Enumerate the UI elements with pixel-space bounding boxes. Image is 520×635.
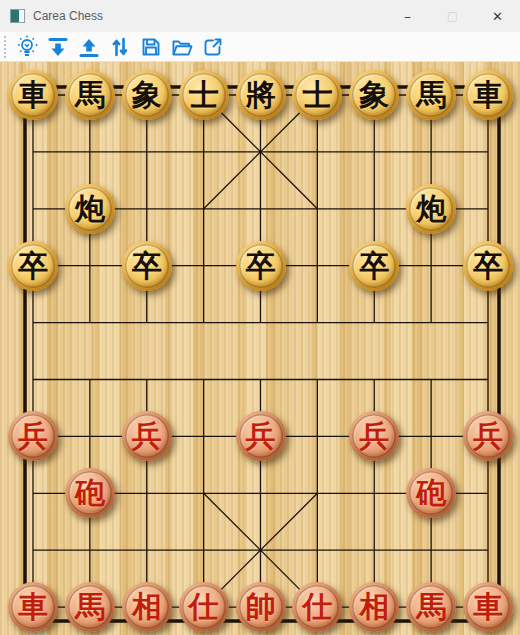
piece-glyph: 相 bbox=[359, 592, 389, 622]
piece-black-cannon[interactable]: 炮 bbox=[406, 184, 456, 234]
move-up-button[interactable] bbox=[74, 33, 103, 60]
piece-red-elephant[interactable]: 相 bbox=[122, 582, 172, 632]
piece-red-advisor[interactable]: 仕 bbox=[179, 582, 229, 632]
piece-glyph: 砲 bbox=[416, 478, 446, 508]
piece-glyph: 士 bbox=[302, 80, 332, 110]
window-titlebar: Carea Chess – ▢ ✕ bbox=[0, 0, 520, 32]
export-icon bbox=[201, 35, 225, 59]
open-button[interactable] bbox=[167, 33, 196, 60]
piece-black-advisor[interactable]: 士 bbox=[179, 70, 229, 120]
piece-glyph: 相 bbox=[132, 592, 162, 622]
xiangqi-board[interactable]: 車馬象士將士象馬車炮炮卒卒卒卒卒兵兵兵兵兵砲砲車馬相仕帥仕相馬車 bbox=[0, 62, 520, 635]
close-button[interactable]: ✕ bbox=[475, 0, 520, 32]
toolbar bbox=[0, 32, 520, 62]
piece-glyph: 炮 bbox=[75, 194, 105, 224]
piece-glyph: 帥 bbox=[246, 592, 276, 622]
window-title: Carea Chess bbox=[33, 9, 385, 23]
hint-button[interactable] bbox=[12, 33, 41, 60]
piece-red-cannon[interactable]: 砲 bbox=[65, 468, 115, 518]
piece-black-soldier[interactable]: 卒 bbox=[463, 241, 513, 291]
piece-glyph: 象 bbox=[359, 80, 389, 110]
piece-glyph: 象 bbox=[132, 80, 162, 110]
piece-black-soldier[interactable]: 卒 bbox=[236, 241, 286, 291]
piece-red-horse[interactable]: 馬 bbox=[406, 582, 456, 632]
piece-glyph: 車 bbox=[18, 592, 48, 622]
toolbar-gripper[interactable] bbox=[4, 36, 6, 58]
piece-glyph: 卒 bbox=[18, 251, 48, 281]
piece-glyph: 兵 bbox=[18, 421, 48, 451]
piece-glyph: 車 bbox=[473, 592, 503, 622]
swap-sides-button[interactable] bbox=[105, 33, 134, 60]
piece-glyph: 卒 bbox=[473, 251, 503, 281]
piece-red-elephant[interactable]: 相 bbox=[349, 582, 399, 632]
piece-glyph: 士 bbox=[189, 80, 219, 110]
piece-black-elephant[interactable]: 象 bbox=[349, 70, 399, 120]
arrows-up-down-icon bbox=[108, 35, 132, 59]
piece-red-soldier[interactable]: 兵 bbox=[122, 411, 172, 461]
piece-black-chariot[interactable]: 車 bbox=[463, 70, 513, 120]
piece-glyph: 兵 bbox=[473, 421, 503, 451]
save-icon bbox=[139, 35, 163, 59]
piece-glyph: 兵 bbox=[246, 421, 276, 451]
app-window: { "window": { "title": "Carea Chess", "c… bbox=[0, 0, 520, 635]
piece-glyph: 車 bbox=[18, 80, 48, 110]
piece-glyph: 馬 bbox=[75, 592, 105, 622]
maximize-button[interactable]: ▢ bbox=[430, 0, 475, 32]
piece-red-soldier[interactable]: 兵 bbox=[236, 411, 286, 461]
piece-glyph: 將 bbox=[246, 80, 276, 110]
piece-glyph: 仕 bbox=[302, 592, 332, 622]
piece-black-soldier[interactable]: 卒 bbox=[8, 241, 58, 291]
piece-black-horse[interactable]: 馬 bbox=[65, 70, 115, 120]
piece-glyph: 馬 bbox=[75, 80, 105, 110]
piece-black-soldier[interactable]: 卒 bbox=[349, 241, 399, 291]
piece-black-elephant[interactable]: 象 bbox=[122, 70, 172, 120]
lightbulb-icon bbox=[15, 35, 39, 59]
open-folder-icon bbox=[170, 35, 194, 59]
piece-glyph: 馬 bbox=[416, 80, 446, 110]
save-button[interactable] bbox=[136, 33, 165, 60]
piece-red-chariot[interactable]: 車 bbox=[463, 582, 513, 632]
move-down-button[interactable] bbox=[43, 33, 72, 60]
piece-glyph: 兵 bbox=[132, 421, 162, 451]
piece-red-horse[interactable]: 馬 bbox=[65, 582, 115, 632]
app-icon bbox=[10, 9, 25, 23]
piece-black-chariot[interactable]: 車 bbox=[8, 70, 58, 120]
piece-glyph: 卒 bbox=[132, 251, 162, 281]
piece-glyph: 兵 bbox=[359, 421, 389, 451]
export-button[interactable] bbox=[198, 33, 227, 60]
piece-red-chariot[interactable]: 車 bbox=[8, 582, 58, 632]
piece-glyph: 仕 bbox=[189, 592, 219, 622]
arrow-up-bar-icon bbox=[77, 35, 101, 59]
piece-glyph: 車 bbox=[473, 80, 503, 110]
board-grid bbox=[0, 62, 520, 635]
piece-glyph: 砲 bbox=[75, 478, 105, 508]
piece-black-horse[interactable]: 馬 bbox=[406, 70, 456, 120]
piece-glyph: 卒 bbox=[246, 251, 276, 281]
piece-glyph: 馬 bbox=[416, 592, 446, 622]
piece-black-cannon[interactable]: 炮 bbox=[65, 184, 115, 234]
piece-black-general[interactable]: 將 bbox=[236, 70, 286, 120]
piece-red-general[interactable]: 帥 bbox=[236, 582, 286, 632]
minimize-button[interactable]: – bbox=[385, 0, 430, 32]
piece-glyph: 卒 bbox=[359, 251, 389, 281]
piece-black-soldier[interactable]: 卒 bbox=[122, 241, 172, 291]
piece-glyph: 炮 bbox=[416, 194, 446, 224]
arrow-down-bar-icon bbox=[46, 35, 70, 59]
